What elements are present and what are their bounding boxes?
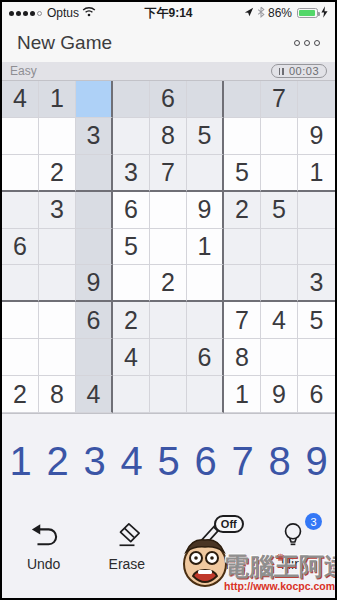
sudoku-cell-r3c3[interactable] [76, 155, 113, 192]
signal-strength-icon [9, 11, 42, 16]
sudoku-cell-r1c5[interactable]: 6 [150, 81, 187, 118]
sudoku-cell-r3c4[interactable]: 3 [113, 155, 150, 192]
sudoku-cell-r1c8[interactable]: 7 [261, 81, 298, 118]
pause-timer-button[interactable]: 00:03 [271, 64, 327, 78]
sudoku-cell-r1c1[interactable]: 4 [2, 81, 39, 118]
sudoku-cell-r8c3[interactable] [76, 339, 113, 376]
sudoku-cell-r7c8[interactable]: 4 [261, 302, 298, 339]
sudoku-cell-r2c7[interactable] [224, 118, 261, 155]
sudoku-cell-r8c1[interactable] [2, 339, 39, 376]
sudoku-cell-r4c8[interactable]: 5 [261, 192, 298, 229]
sudoku-cell-r6c7[interactable] [224, 265, 261, 302]
sudoku-cell-r1c7[interactable] [224, 81, 261, 118]
sudoku-cell-r8c6[interactable]: 6 [187, 339, 224, 376]
sudoku-cell-r6c6[interactable] [187, 265, 224, 302]
timer-value: 00:03 [289, 65, 319, 77]
sudoku-cell-r3c6[interactable] [187, 155, 224, 192]
numpad-9[interactable]: 9 [298, 414, 335, 509]
sudoku-cell-r7c6[interactable] [187, 302, 224, 339]
pencil-off-badge: Off [214, 515, 244, 533]
sudoku-cell-r4c7[interactable]: 2 [224, 192, 261, 229]
sudoku-cell-r1c2[interactable]: 1 [39, 81, 76, 118]
sudoku-cell-r3c9[interactable]: 1 [298, 155, 335, 192]
difficulty-label: Easy [10, 64, 37, 78]
sudoku-cell-r4c4[interactable]: 6 [113, 192, 150, 229]
sudoku-cell-r8c5[interactable] [150, 339, 187, 376]
hint-button[interactable]: 3 Hint [252, 521, 335, 598]
eraser-icon [111, 521, 143, 553]
pencil-button[interactable]: Off Pencil [169, 521, 252, 598]
toolbar: Undo Erase Off Pencil 3 Hint [2, 509, 335, 598]
battery-icon [297, 8, 318, 18]
menu-button[interactable] [294, 40, 320, 46]
sudoku-cell-r3c8[interactable] [261, 155, 298, 192]
lightbulb-icon [277, 521, 309, 553]
numpad-7[interactable]: 7 [224, 414, 261, 509]
hint-label: Hint [281, 556, 306, 572]
numpad-5[interactable]: 5 [150, 414, 187, 509]
sudoku-cell-r9c7[interactable]: 1 [224, 376, 261, 413]
sudoku-cell-r3c2[interactable]: 2 [39, 155, 76, 192]
sudoku-cell-r2c1[interactable] [2, 118, 39, 155]
page-title: New Game [17, 32, 112, 54]
info-bar: Easy 00:03 [2, 62, 335, 80]
sudoku-cell-r7c1[interactable] [2, 302, 39, 339]
sudoku-cell-r8c2[interactable] [39, 339, 76, 376]
sudoku-cell-r6c4[interactable] [113, 265, 150, 302]
sudoku-cell-r5c1[interactable]: 6 [2, 229, 39, 266]
sudoku-cell-r7c3[interactable]: 6 [76, 302, 113, 339]
sudoku-cell-r6c5[interactable]: 2 [150, 265, 187, 302]
sudoku-cell-r3c7[interactable]: 5 [224, 155, 261, 192]
sudoku-cell-r1c9[interactable] [298, 81, 335, 118]
numpad-8[interactable]: 8 [261, 414, 298, 509]
sudoku-cell-r5c9[interactable] [298, 229, 335, 266]
sudoku-cell-r3c1[interactable] [2, 155, 39, 192]
sudoku-grid: 41673859237513692565192362745468284196 [2, 80, 335, 414]
sudoku-cell-r5c3[interactable] [76, 229, 113, 266]
sudoku-cell-r7c7[interactable]: 7 [224, 302, 261, 339]
clock: 下午9:14 [144, 5, 192, 22]
sudoku-cell-r7c4[interactable]: 2 [113, 302, 150, 339]
sudoku-cell-r8c7[interactable]: 8 [224, 339, 261, 376]
sudoku-cell-r6c9[interactable]: 3 [298, 265, 335, 302]
sudoku-cell-r4c3[interactable] [76, 192, 113, 229]
sudoku-cell-r9c6[interactable] [187, 376, 224, 413]
sudoku-cell-r9c1[interactable]: 2 [2, 376, 39, 413]
charging-bolt-icon [321, 6, 328, 21]
sudoku-cell-r6c2[interactable] [39, 265, 76, 302]
sudoku-cell-r5c7[interactable] [224, 229, 261, 266]
sudoku-cell-r2c5[interactable]: 8 [150, 118, 187, 155]
numpad-1[interactable]: 1 [2, 414, 39, 509]
sudoku-cell-r8c9[interactable] [298, 339, 335, 376]
sudoku-cell-r6c3[interactable]: 9 [76, 265, 113, 302]
numpad-4[interactable]: 4 [113, 414, 150, 509]
sudoku-cell-r3c5[interactable]: 7 [150, 155, 187, 192]
hint-count-badge: 3 [305, 513, 322, 530]
erase-button[interactable]: Erase [85, 521, 168, 598]
sudoku-cell-r9c2[interactable]: 8 [39, 376, 76, 413]
pencil-label: Pencil [191, 556, 229, 572]
sudoku-cell-r5c5[interactable] [150, 229, 187, 266]
sudoku-cell-r4c6[interactable]: 9 [187, 192, 224, 229]
header: New Game [2, 24, 335, 62]
numpad-2[interactable]: 2 [39, 414, 76, 509]
undo-button[interactable]: Undo [2, 521, 85, 598]
numpad: 123456789 [2, 414, 335, 509]
sudoku-cell-r8c8[interactable] [261, 339, 298, 376]
sudoku-cell-r4c9[interactable] [298, 192, 335, 229]
location-icon [244, 6, 254, 20]
sudoku-cell-r6c1[interactable] [2, 265, 39, 302]
bluetooth-icon [257, 6, 265, 21]
sudoku-cell-r9c3[interactable]: 4 [76, 376, 113, 413]
sudoku-cell-r9c8[interactable]: 9 [261, 376, 298, 413]
sudoku-cell-r1c4[interactable] [113, 81, 150, 118]
numpad-3[interactable]: 3 [76, 414, 113, 509]
sudoku-cell-r2c8[interactable] [261, 118, 298, 155]
sudoku-cell-r7c5[interactable] [150, 302, 187, 339]
sudoku-cell-r2c6[interactable]: 5 [187, 118, 224, 155]
sudoku-cell-r7c2[interactable] [39, 302, 76, 339]
status-bar: Optus 下午9:14 86% [2, 2, 335, 24]
sudoku-cell-r5c8[interactable] [261, 229, 298, 266]
undo-icon [28, 521, 60, 553]
sudoku-cell-r7c9[interactable]: 5 [298, 302, 335, 339]
carrier-label: Optus [47, 6, 79, 20]
sudoku-cell-r4c1[interactable] [2, 192, 39, 229]
battery-percent: 86% [268, 6, 292, 20]
sudoku-cell-r9c9[interactable]: 6 [298, 376, 335, 413]
erase-label: Erase [109, 556, 146, 572]
sudoku-cell-r4c5[interactable] [150, 192, 187, 229]
sudoku-cell-r2c3[interactable]: 3 [76, 118, 113, 155]
undo-label: Undo [27, 556, 60, 572]
phone-screen: Optus 下午9:14 86% New Game Easy [0, 0, 337, 600]
sudoku-cell-r5c2[interactable] [39, 229, 76, 266]
wifi-icon [82, 6, 96, 20]
sudoku-cell-r2c4[interactable] [113, 118, 150, 155]
sudoku-cell-r1c3[interactable] [76, 81, 113, 118]
sudoku-cell-r2c2[interactable] [39, 118, 76, 155]
sudoku-cell-r8c4[interactable]: 4 [113, 339, 150, 376]
sudoku-cell-r6c8[interactable] [261, 265, 298, 302]
pause-icon [279, 68, 284, 75]
sudoku-cell-r5c6[interactable]: 1 [187, 229, 224, 266]
sudoku-cell-r9c5[interactable] [150, 376, 187, 413]
sudoku-cell-r2c9[interactable]: 9 [298, 118, 335, 155]
sudoku-cell-r9c4[interactable] [113, 376, 150, 413]
sudoku-cell-r4c2[interactable]: 3 [39, 192, 76, 229]
sudoku-cell-r1c6[interactable] [187, 81, 224, 118]
numpad-6[interactable]: 6 [187, 414, 224, 509]
sudoku-cell-r5c4[interactable]: 5 [113, 229, 150, 266]
